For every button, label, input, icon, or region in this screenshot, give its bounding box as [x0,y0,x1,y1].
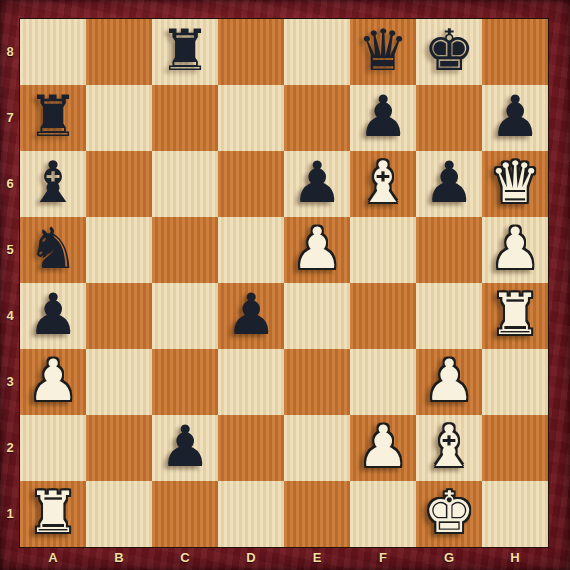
square-f1[interactable] [350,481,416,547]
rank-label-5: 5 [0,217,20,283]
white-pawn-f2[interactable]: ♟ [357,418,408,475]
square-f3[interactable] [350,349,416,415]
rank-label-7: 7 [0,85,20,151]
white-rook-h4[interactable]: ♜ [489,286,540,343]
file-label-g: G [416,547,482,570]
square-c6[interactable] [152,151,218,217]
square-h2[interactable] [482,415,548,481]
square-h5[interactable]: ♟ [482,217,548,283]
black-rook-a7[interactable]: ♜ [27,88,78,145]
square-c8[interactable]: ♜ [152,19,218,85]
square-a7[interactable]: ♜ [20,85,86,151]
white-queen-h6[interactable]: ♛ [489,154,540,211]
square-g7[interactable] [416,85,482,151]
black-pawn-f7[interactable]: ♟ [357,88,408,145]
square-f5[interactable] [350,217,416,283]
square-f4[interactable] [350,283,416,349]
square-g1[interactable]: ♚ [416,481,482,547]
square-e6[interactable]: ♟ [284,151,350,217]
square-b5[interactable] [86,217,152,283]
square-f6[interactable]: ♝ [350,151,416,217]
white-pawn-h5[interactable]: ♟ [489,220,540,277]
black-rook-c8[interactable]: ♜ [159,22,210,79]
square-g5[interactable] [416,217,482,283]
black-queen-f8[interactable]: ♛ [357,22,408,79]
file-label-f: F [350,547,416,570]
square-f2[interactable]: ♟ [350,415,416,481]
square-c3[interactable] [152,349,218,415]
square-h6[interactable]: ♛ [482,151,548,217]
square-g8[interactable]: ♚ [416,19,482,85]
white-pawn-a3[interactable]: ♟ [27,352,78,409]
white-rook-a1[interactable]: ♜ [27,484,78,541]
black-pawn-g6[interactable]: ♟ [423,154,474,211]
black-knight-a5[interactable]: ♞ [27,220,78,277]
square-b2[interactable] [86,415,152,481]
square-d6[interactable] [218,151,284,217]
square-c5[interactable] [152,217,218,283]
rank-label-6: 6 [0,151,20,217]
black-pawn-a4[interactable]: ♟ [27,286,78,343]
square-d3[interactable] [218,349,284,415]
file-label-d: D [218,547,284,570]
square-e1[interactable] [284,481,350,547]
rank-label-4: 4 [0,283,20,349]
square-d2[interactable] [218,415,284,481]
square-h3[interactable] [482,349,548,415]
square-g6[interactable]: ♟ [416,151,482,217]
square-a3[interactable]: ♟ [20,349,86,415]
white-pawn-e5[interactable]: ♟ [291,220,342,277]
square-g2[interactable]: ♝ [416,415,482,481]
square-a5[interactable]: ♞ [20,217,86,283]
square-a8[interactable] [20,19,86,85]
rank-label-8: 8 [0,19,20,85]
square-b1[interactable] [86,481,152,547]
square-e4[interactable] [284,283,350,349]
rank-label-3: 3 [0,349,20,415]
black-bishop-a6[interactable]: ♝ [27,154,78,211]
chess-board: ♜♛♚♜♟♟♝♟♝♟♛♞♟♟♟♟♜♟♟♟♟♝♜♚ [20,19,548,547]
white-pawn-g3[interactable]: ♟ [423,352,474,409]
file-label-b: B [86,547,152,570]
square-g3[interactable]: ♟ [416,349,482,415]
square-d5[interactable] [218,217,284,283]
square-b3[interactable] [86,349,152,415]
file-label-c: C [152,547,218,570]
black-pawn-c2[interactable]: ♟ [159,418,210,475]
file-label-e: E [284,547,350,570]
square-a6[interactable]: ♝ [20,151,86,217]
square-e7[interactable] [284,85,350,151]
black-pawn-e6[interactable]: ♟ [291,154,342,211]
square-a4[interactable]: ♟ [20,283,86,349]
square-h1[interactable] [482,481,548,547]
white-bishop-g2[interactable]: ♝ [423,418,474,475]
square-b8[interactable] [86,19,152,85]
square-g4[interactable] [416,283,482,349]
square-h4[interactable]: ♜ [482,283,548,349]
square-e3[interactable] [284,349,350,415]
square-e8[interactable] [284,19,350,85]
square-f8[interactable]: ♛ [350,19,416,85]
white-king-g1[interactable]: ♚ [423,484,474,541]
square-h8[interactable] [482,19,548,85]
square-h7[interactable]: ♟ [482,85,548,151]
chess-board-frame: ♜♛♚♜♟♟♝♟♝♟♛♞♟♟♟♟♜♟♟♟♟♝♜♚ 87654321ABCDEFG… [0,0,570,570]
square-b7[interactable] [86,85,152,151]
file-label-a: A [20,547,86,570]
square-a2[interactable] [20,415,86,481]
square-f7[interactable]: ♟ [350,85,416,151]
square-c1[interactable] [152,481,218,547]
square-d7[interactable] [218,85,284,151]
square-c2[interactable]: ♟ [152,415,218,481]
rank-label-2: 2 [0,415,20,481]
square-c4[interactable] [152,283,218,349]
black-pawn-d4[interactable]: ♟ [225,286,276,343]
square-e2[interactable] [284,415,350,481]
square-a1[interactable]: ♜ [20,481,86,547]
square-b6[interactable] [86,151,152,217]
square-d1[interactable] [218,481,284,547]
file-label-h: H [482,547,548,570]
square-b4[interactable] [86,283,152,349]
white-bishop-f6[interactable]: ♝ [357,154,408,211]
square-e5[interactable]: ♟ [284,217,350,283]
rank-label-1: 1 [0,481,20,547]
black-king-g8[interactable]: ♚ [423,22,474,79]
square-d4[interactable]: ♟ [218,283,284,349]
square-c7[interactable] [152,85,218,151]
black-pawn-h7[interactable]: ♟ [489,88,540,145]
square-d8[interactable] [218,19,284,85]
